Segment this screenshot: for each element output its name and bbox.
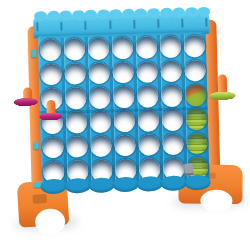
hole: [161, 109, 183, 131]
board-cell[interactable]: [158, 59, 183, 84]
rail-scallop: [185, 7, 198, 17]
board-cell[interactable]: [88, 109, 113, 134]
drop-slot-notch: [157, 19, 159, 28]
hole: [63, 38, 85, 60]
hole: [184, 84, 206, 106]
latch-clip: [184, 163, 193, 175]
hole: [162, 133, 184, 155]
rail-scallop: [59, 10, 72, 20]
board-cell[interactable]: [110, 36, 135, 61]
hole: [114, 134, 136, 156]
bottom-scallop: [160, 175, 186, 191]
hole: [160, 60, 182, 82]
board-cell[interactable]: [134, 59, 159, 84]
rail-scallop: [84, 10, 97, 20]
bottom-scallop: [40, 179, 66, 195]
board-cell[interactable]: [160, 107, 185, 132]
board-cell[interactable]: [112, 133, 137, 158]
rail-scallop: [122, 9, 135, 19]
rail-scallop: [159, 8, 172, 18]
rail-scallop: [72, 10, 85, 20]
board-cell[interactable]: [64, 110, 89, 135]
hole: [66, 136, 88, 158]
hole: [159, 36, 181, 58]
drop-slot-notch: [85, 21, 87, 30]
rail-scallop: [134, 8, 147, 18]
hole: [160, 85, 182, 107]
board-cell[interactable]: [134, 35, 159, 60]
hole: [111, 37, 133, 59]
board-cell[interactable]: [160, 132, 185, 157]
hole: [136, 85, 158, 107]
hole: [186, 133, 208, 155]
drop-slot-notch: [206, 18, 208, 27]
board-cell[interactable]: [184, 131, 209, 156]
board-cell[interactable]: [87, 85, 112, 110]
hole: [87, 38, 109, 60]
drop-slot-notch: [36, 22, 38, 31]
hole: [138, 134, 160, 156]
hole: [90, 135, 112, 157]
hole: [88, 62, 110, 84]
board-cell[interactable]: [184, 107, 209, 132]
hole: [65, 87, 87, 109]
drop-slot-notch: [109, 20, 111, 29]
board-cell[interactable]: [86, 61, 111, 86]
rail-scallop: [197, 7, 210, 17]
product-photo: [0, 0, 250, 250]
board-cell[interactable]: [63, 86, 88, 111]
bottom-scallop: [136, 176, 162, 192]
hole: [39, 39, 61, 61]
bottom-scallop: [112, 177, 138, 193]
board-cell[interactable]: [136, 108, 161, 133]
hole: [42, 136, 64, 158]
board-cell[interactable]: [86, 36, 111, 61]
board-cell[interactable]: [182, 34, 207, 59]
board-cell[interactable]: [111, 84, 136, 109]
board-cell[interactable]: [40, 135, 65, 160]
hole: [65, 111, 87, 133]
hole: [184, 60, 206, 82]
hole: [185, 108, 207, 130]
board-cell[interactable]: [62, 37, 87, 62]
board-cell[interactable]: [62, 61, 87, 86]
rail-scallop: [34, 11, 47, 21]
rail-scallop: [172, 7, 185, 17]
rail-scallop: [109, 9, 122, 19]
board-cell[interactable]: [64, 134, 89, 159]
drop-slot-notch: [133, 20, 135, 29]
giant-connect-four-set: [0, 0, 250, 250]
board-cell[interactable]: [158, 34, 183, 59]
drop-slot-notch: [60, 22, 62, 31]
hole: [183, 35, 205, 57]
board-cell[interactable]: [159, 83, 184, 108]
hole: [135, 37, 157, 59]
board-cell[interactable]: [182, 58, 207, 83]
board-cell[interactable]: [38, 62, 63, 87]
rail-scallop: [147, 8, 160, 18]
hole: [88, 86, 110, 108]
hole: [112, 62, 134, 84]
hole: [64, 63, 86, 85]
hole: [137, 110, 159, 132]
hole: [112, 86, 134, 108]
hole: [113, 110, 135, 132]
board-cell[interactable]: [88, 134, 113, 159]
board-cell[interactable]: [112, 109, 137, 134]
drop-slot-notch: [181, 18, 183, 27]
rail-scallop: [97, 9, 110, 19]
hole: [89, 111, 111, 133]
bottom-scallop: [184, 175, 210, 191]
board-cell[interactable]: [183, 82, 208, 107]
hole: [40, 63, 62, 85]
bottom-scallop: [88, 177, 114, 193]
board-cell[interactable]: [38, 38, 63, 63]
rail-scallop: [47, 11, 60, 21]
bottom-scallop: [64, 178, 90, 194]
disc-stack-left-front: [40, 113, 62, 114]
board-cell[interactable]: [110, 60, 135, 85]
board: [0, 0, 250, 250]
board-cell[interactable]: [136, 132, 161, 157]
board-cell[interactable]: [135, 84, 160, 109]
hole: [136, 61, 158, 83]
